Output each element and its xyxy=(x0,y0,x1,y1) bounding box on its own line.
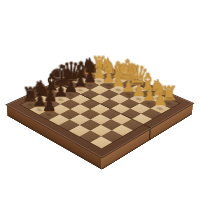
board-stage: ♜♞♝♚♛♝♞♜♟♞♟♟♟♟♟♟♟♝♟♛♟♚♟♝♟♞♟♜♟♟ xyxy=(0,0,200,200)
chess-board: ♜♞♝♚♛♝♞♜♟♞♟♟♟♟♟♟♟♝♟♛♟♚♟♝♟♞♟♜♟♟ xyxy=(6,63,193,158)
chess-set-photo: ♜♞♝♚♛♝♞♜♟♞♟♟♟♟♟♟♟♝♟♛♟♚♟♝♟♞♟♜♟♟ xyxy=(0,0,200,200)
board-square[interactable]: ♟ xyxy=(150,103,170,113)
piece-black-pawn[interactable]: ♟ xyxy=(42,98,57,114)
piece-white-pawn[interactable]: ♟ xyxy=(153,92,168,108)
